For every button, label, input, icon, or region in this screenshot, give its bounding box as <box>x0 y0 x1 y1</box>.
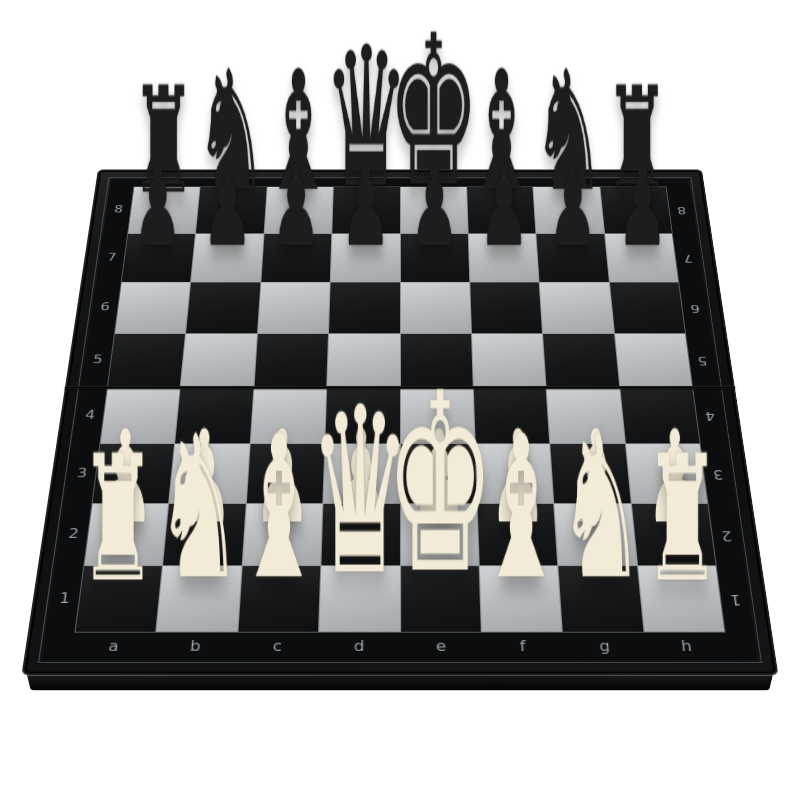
square-c6[interactable] <box>258 283 330 334</box>
file-label-bottom-e: e <box>400 633 482 661</box>
square-g6[interactable] <box>540 283 614 334</box>
piece-black-pawn-h7[interactable]: ♟ <box>605 233 680 282</box>
file-label-bottom-f: f <box>481 633 564 661</box>
white-rook-glyph: ♜ <box>585 433 778 607</box>
board-wrap: 87654321 87654321 abcdefgh ♜♞♝♛♚♝♞♜♟♟♟♟♟… <box>64 58 736 730</box>
square-g5[interactable] <box>543 334 619 387</box>
file-labels-bottom: abcdefgh <box>71 633 729 661</box>
file-label-bottom-b: b <box>153 633 237 661</box>
square-a6[interactable] <box>115 283 190 334</box>
file-label-bottom-g: g <box>563 633 647 661</box>
square-b6[interactable] <box>186 283 260 334</box>
file-label-bottom-h: h <box>644 633 729 661</box>
square-f6[interactable] <box>470 283 542 334</box>
file-label-bottom-c: c <box>235 633 318 661</box>
board-front-edge <box>27 675 773 690</box>
chess-set-photo: 87654321 87654321 abcdefgh ♜♞♝♛♚♝♞♜♟♟♟♟♟… <box>0 0 800 800</box>
square-a5[interactable] <box>108 334 185 387</box>
square-d6[interactable] <box>329 283 399 334</box>
square-h6[interactable] <box>610 283 685 334</box>
black-pawn-glyph: ♟ <box>559 150 725 263</box>
file-label-bottom-d: d <box>318 633 400 661</box>
square-h5[interactable] <box>615 334 692 387</box>
file-label-bottom-a: a <box>71 633 156 661</box>
square-e6[interactable] <box>400 283 470 334</box>
pieces-layer: ♜♞♝♛♚♝♞♜♟♟♟♟♟♟♟♟♟♟♟♟♟♟♟♟♜♞♝♛♚♝♞♜ <box>74 186 725 632</box>
square-b5[interactable] <box>181 334 257 387</box>
folding-chessboard: 87654321 87654321 abcdefgh ♜♞♝♛♚♝♞♜♟♟♟♟♟… <box>21 170 778 676</box>
